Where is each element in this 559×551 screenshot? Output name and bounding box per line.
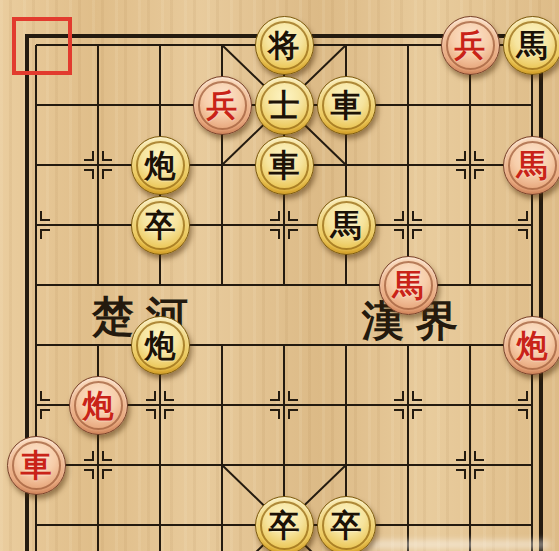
piece-glyph: 馬 — [517, 30, 548, 61]
highlight-square — [12, 17, 72, 75]
piece-red-cannon-2[interactable]: 炮 — [69, 376, 128, 435]
piece-black-chariot-1[interactable]: 車 — [317, 76, 376, 135]
xiangqi-board: 楚河 漢界 将兵馬兵士車炮車馬卒馬馬炮炮炮車卒卒 — [0, 0, 559, 551]
piece-black-pawn-2[interactable]: 卒 — [255, 496, 314, 551]
piece-glyph: 炮 — [145, 330, 176, 361]
piece-glyph: 卒 — [145, 210, 176, 241]
piece-glyph: 卒 — [269, 510, 300, 541]
piece-glyph: 車 — [269, 150, 300, 181]
piece-black-pawn-3[interactable]: 卒 — [317, 496, 376, 551]
piece-red-horse-1[interactable]: 馬 — [503, 136, 559, 195]
piece-black-horse-2[interactable]: 馬 — [317, 196, 376, 255]
piece-glyph: 将 — [269, 30, 300, 61]
piece-black-pawn-1[interactable]: 卒 — [131, 196, 190, 255]
piece-red-pawn-1[interactable]: 兵 — [441, 16, 500, 75]
piece-glyph: 兵 — [207, 90, 238, 121]
piece-red-cannon-1[interactable]: 炮 — [503, 316, 559, 375]
piece-grid: 将兵馬兵士車炮車馬卒馬馬炮炮炮車卒卒 — [5, 15, 559, 551]
piece-glyph: 兵 — [455, 30, 486, 61]
piece-glyph: 馬 — [517, 150, 548, 181]
piece-glyph: 士 — [269, 90, 300, 121]
piece-glyph: 馬 — [331, 210, 362, 241]
piece-black-cannon-1[interactable]: 炮 — [131, 136, 190, 195]
piece-glyph: 炮 — [517, 330, 548, 361]
piece-glyph: 卒 — [331, 510, 362, 541]
light-smudge — [340, 540, 550, 549]
piece-glyph: 炮 — [145, 150, 176, 181]
piece-black-advisor[interactable]: 士 — [255, 76, 314, 135]
piece-black-horse-1[interactable]: 馬 — [503, 16, 559, 75]
piece-glyph: 炮 — [83, 390, 114, 421]
piece-red-chariot[interactable]: 車 — [7, 436, 66, 495]
piece-black-general[interactable]: 将 — [255, 16, 314, 75]
piece-glyph: 車 — [331, 90, 362, 121]
piece-black-cannon-2[interactable]: 炮 — [131, 316, 190, 375]
piece-red-horse-2[interactable]: 馬 — [379, 256, 438, 315]
piece-black-chariot-2[interactable]: 車 — [255, 136, 314, 195]
piece-glyph: 車 — [21, 450, 52, 481]
piece-red-pawn-2[interactable]: 兵 — [193, 76, 252, 135]
piece-glyph: 馬 — [393, 270, 424, 301]
